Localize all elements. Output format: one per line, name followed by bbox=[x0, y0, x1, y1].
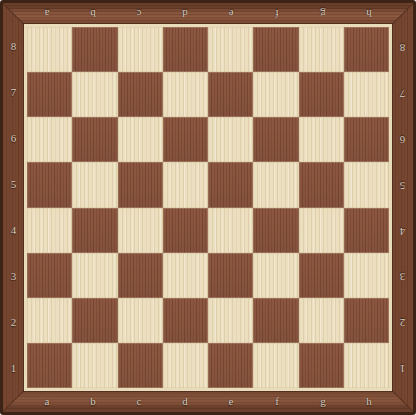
square-f1[interactable] bbox=[253, 343, 298, 388]
square-c8[interactable] bbox=[118, 27, 163, 72]
square-g3[interactable] bbox=[299, 253, 344, 298]
square-f8[interactable] bbox=[253, 27, 298, 72]
board-frame: abcdefgh abcdefgh 87654321 87654321 bbox=[0, 0, 416, 415]
square-g2[interactable] bbox=[299, 298, 344, 343]
square-c5[interactable] bbox=[118, 162, 163, 207]
square-h7[interactable] bbox=[344, 72, 389, 117]
frame-rail-left bbox=[3, 3, 24, 412]
square-e5[interactable] bbox=[208, 162, 253, 207]
square-a4[interactable] bbox=[27, 208, 72, 253]
square-e1[interactable] bbox=[208, 343, 253, 388]
chessboard: abcdefgh abcdefgh 87654321 87654321 bbox=[0, 0, 416, 415]
square-e7[interactable] bbox=[208, 72, 253, 117]
square-b6[interactable] bbox=[72, 117, 117, 162]
square-b5[interactable] bbox=[72, 162, 117, 207]
frame-rail-bottom bbox=[3, 391, 413, 412]
square-b3[interactable] bbox=[72, 253, 117, 298]
square-d4[interactable] bbox=[163, 208, 208, 253]
square-d1[interactable] bbox=[163, 343, 208, 388]
square-e2[interactable] bbox=[208, 298, 253, 343]
square-g7[interactable] bbox=[299, 72, 344, 117]
square-d5[interactable] bbox=[163, 162, 208, 207]
square-f5[interactable] bbox=[253, 162, 298, 207]
square-b2[interactable] bbox=[72, 298, 117, 343]
square-c4[interactable] bbox=[118, 208, 163, 253]
square-h1[interactable] bbox=[344, 343, 389, 388]
square-a7[interactable] bbox=[27, 72, 72, 117]
square-c1[interactable] bbox=[118, 343, 163, 388]
square-e8[interactable] bbox=[208, 27, 253, 72]
square-c7[interactable] bbox=[118, 72, 163, 117]
square-f6[interactable] bbox=[253, 117, 298, 162]
square-d8[interactable] bbox=[163, 27, 208, 72]
square-a8[interactable] bbox=[27, 27, 72, 72]
square-d6[interactable] bbox=[163, 117, 208, 162]
square-h4[interactable] bbox=[344, 208, 389, 253]
square-d7[interactable] bbox=[163, 72, 208, 117]
square-g8[interactable] bbox=[299, 27, 344, 72]
square-g5[interactable] bbox=[299, 162, 344, 207]
square-b8[interactable] bbox=[72, 27, 117, 72]
frame-rail-right bbox=[392, 3, 413, 412]
square-h5[interactable] bbox=[344, 162, 389, 207]
square-f2[interactable] bbox=[253, 298, 298, 343]
square-d3[interactable] bbox=[163, 253, 208, 298]
square-a1[interactable] bbox=[27, 343, 72, 388]
square-g1[interactable] bbox=[299, 343, 344, 388]
square-h2[interactable] bbox=[344, 298, 389, 343]
square-h8[interactable] bbox=[344, 27, 389, 72]
square-a3[interactable] bbox=[27, 253, 72, 298]
square-b7[interactable] bbox=[72, 72, 117, 117]
square-h6[interactable] bbox=[344, 117, 389, 162]
playfield bbox=[24, 24, 392, 391]
square-e6[interactable] bbox=[208, 117, 253, 162]
frame-rail-top bbox=[3, 3, 413, 24]
square-c6[interactable] bbox=[118, 117, 163, 162]
square-f3[interactable] bbox=[253, 253, 298, 298]
square-g4[interactable] bbox=[299, 208, 344, 253]
square-f7[interactable] bbox=[253, 72, 298, 117]
square-d2[interactable] bbox=[163, 298, 208, 343]
square-b1[interactable] bbox=[72, 343, 117, 388]
square-e4[interactable] bbox=[208, 208, 253, 253]
square-g6[interactable] bbox=[299, 117, 344, 162]
square-h3[interactable] bbox=[344, 253, 389, 298]
square-b4[interactable] bbox=[72, 208, 117, 253]
square-a5[interactable] bbox=[27, 162, 72, 207]
square-a6[interactable] bbox=[27, 117, 72, 162]
square-c3[interactable] bbox=[118, 253, 163, 298]
square-a2[interactable] bbox=[27, 298, 72, 343]
square-e3[interactable] bbox=[208, 253, 253, 298]
square-f4[interactable] bbox=[253, 208, 298, 253]
square-c2[interactable] bbox=[118, 298, 163, 343]
